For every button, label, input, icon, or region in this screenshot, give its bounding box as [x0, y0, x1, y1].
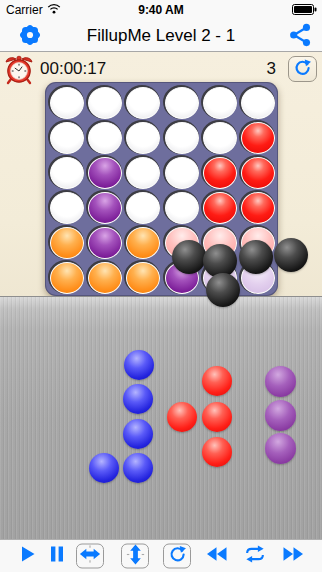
alarm-clock-icon [3, 55, 35, 85]
cell-r4c3[interactable] [123, 189, 161, 224]
board-ball-orange [88, 262, 122, 294]
black-piece-ball-4[interactable] [274, 238, 308, 272]
cell-r5c3[interactable] [123, 224, 161, 259]
cell-r2c5[interactable] [200, 119, 238, 154]
cell-r3c5[interactable] [200, 154, 238, 189]
cell-r6c2[interactable] [85, 259, 123, 294]
cell-r6c3[interactable] [123, 259, 161, 294]
cell-r4c6[interactable] [238, 189, 276, 224]
board-ball-white [50, 122, 84, 154]
board-ball-red [203, 157, 237, 189]
board-ball-white [165, 87, 199, 119]
cell-r1c3[interactable] [123, 84, 161, 119]
board-ball-purple [88, 227, 122, 259]
pause-icon [51, 546, 64, 566]
board-ball-white [203, 122, 237, 154]
fast-forward-button[interactable] [282, 547, 304, 566]
pause-button[interactable] [51, 546, 64, 566]
board-ball-white [88, 122, 122, 154]
nav-bar: FillupMe Level 2 - 1 [0, 20, 322, 52]
cell-r3c4[interactable] [162, 154, 200, 189]
purple-piece-ball-2[interactable] [265, 400, 296, 431]
cell-r2c4[interactable] [162, 119, 200, 154]
rotate-icon [168, 545, 187, 568]
share-icon [288, 22, 313, 52]
blue-piece-ball-3[interactable] [123, 419, 153, 449]
timer-label: 00:00:17 [40, 59, 106, 79]
blue-piece-ball-2[interactable] [123, 384, 153, 414]
cell-r2c3[interactable] [123, 119, 161, 154]
rotate-clockwise-icon [293, 58, 312, 81]
cell-r3c1[interactable] [47, 154, 85, 189]
reset-button[interactable] [288, 56, 317, 82]
red-piece-ball-1[interactable] [202, 366, 232, 396]
cell-r3c3[interactable] [123, 154, 161, 189]
board-ball-white [126, 157, 160, 189]
cell-r6c1[interactable] [47, 259, 85, 294]
rotate-button[interactable] [163, 544, 191, 569]
flip-vertical-button[interactable] [121, 544, 149, 569]
flip-horizontal-button[interactable] [76, 544, 104, 569]
flip-horizontal-icon [79, 545, 101, 568]
rewind-icon [206, 547, 228, 566]
board-ball-orange [126, 262, 160, 294]
cell-r1c5[interactable] [200, 84, 238, 119]
cell-r5c2[interactable] [85, 224, 123, 259]
battery-icon [292, 4, 317, 18]
red-piece-ball-2[interactable] [167, 402, 197, 432]
cell-r4c5[interactable] [200, 189, 238, 224]
red-piece-ball-4[interactable] [202, 437, 232, 467]
cell-r1c6[interactable] [238, 84, 276, 119]
board-ball-white [165, 157, 199, 189]
share-button[interactable] [286, 23, 314, 50]
flip-vertical-icon [126, 543, 145, 569]
board-ball-white [50, 157, 84, 189]
board-ball-red [241, 157, 275, 189]
cell-r4c2[interactable] [85, 189, 123, 224]
cell-r1c4[interactable] [162, 84, 200, 119]
board-ball-purple [88, 157, 122, 189]
board-ball-white [50, 192, 84, 224]
cell-r1c2[interactable] [85, 84, 123, 119]
blue-piece-ball-1[interactable] [124, 350, 154, 380]
board-ball-white [165, 192, 199, 224]
cell-r2c6[interactable] [238, 119, 276, 154]
app-screen: Carrier 9:40 AM [0, 0, 322, 572]
fast-forward-icon [282, 547, 304, 566]
board-ball-white [241, 87, 275, 119]
repeat-button[interactable] [244, 544, 267, 568]
cell-r3c6[interactable] [238, 154, 276, 189]
board-ball-red [241, 192, 275, 224]
black-piece-ball-3[interactable] [239, 240, 273, 274]
black-piece-ball-1[interactable] [172, 240, 206, 274]
board-ball-white [88, 87, 122, 119]
board-ball-white [126, 192, 160, 224]
black-piece-ball-5[interactable] [206, 273, 240, 307]
cell-r4c1[interactable] [47, 189, 85, 224]
purple-piece-ball-3[interactable] [265, 433, 296, 464]
cell-r3c2[interactable] [85, 154, 123, 189]
red-piece-ball-3[interactable] [202, 402, 232, 432]
board-ball-white [126, 87, 160, 119]
cell-r5c1[interactable] [47, 224, 85, 259]
cell-r1c1[interactable] [47, 84, 85, 119]
board-ball-white [126, 122, 160, 154]
board-ball-white [165, 122, 199, 154]
bottom-toolbar [0, 539, 322, 572]
cell-r2c1[interactable] [47, 119, 85, 154]
status-bar: Carrier 9:40 AM [0, 0, 322, 20]
pieces-count: 3 [252, 59, 276, 79]
board-ball-white [50, 87, 84, 119]
rewind-button[interactable] [206, 547, 228, 566]
board-ball-red [203, 192, 237, 224]
page-title: FillupMe Level 2 - 1 [0, 26, 322, 46]
board-ball-orange [50, 227, 84, 259]
cell-r2c2[interactable] [85, 119, 123, 154]
board-ball-white [203, 87, 237, 119]
purple-piece-ball-1[interactable] [265, 366, 296, 397]
blue-piece-ball-5[interactable] [89, 453, 119, 483]
play-icon [21, 546, 36, 566]
repeat-icon [244, 544, 267, 568]
clock-time: 9:40 AM [0, 3, 322, 17]
board-ball-orange [126, 227, 160, 259]
board-ball-red [241, 122, 275, 154]
board-ball-purple [88, 192, 122, 224]
board-ball-orange [50, 262, 84, 294]
blue-piece-ball-4[interactable] [123, 453, 153, 483]
cell-r4c4[interactable] [162, 189, 200, 224]
play-button[interactable] [21, 546, 36, 566]
